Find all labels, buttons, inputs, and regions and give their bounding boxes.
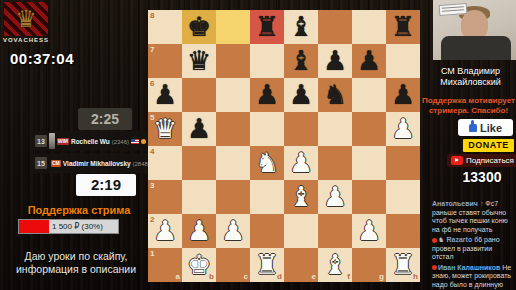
square-h1: h♜ [386, 248, 420, 282]
square-e4: ♟ [284, 146, 318, 180]
rank-label-1: 1 [150, 250, 154, 258]
subscriber-count: 13300 [450, 169, 514, 185]
black-pawn-b5: ♟ [182, 112, 216, 146]
member-badge-icon [432, 265, 437, 270]
square-c3 [216, 180, 250, 214]
black-pawn-h6: ♟ [386, 78, 420, 112]
square-h2 [386, 214, 420, 248]
white-player-name: Vladimir Mikhailovsky (2848) [63, 160, 150, 167]
channel-logo: ♛ [4, 2, 48, 36]
black-king-b8: ♚ [182, 10, 216, 44]
square-g4 [352, 146, 386, 180]
chat-panel: Анатольевич ↑ Фс7 раньше ставят обычно ч… [432, 200, 514, 290]
chat-message: ♞ Razarto б6 рано провел в развитии отст… [432, 236, 514, 262]
square-g8 [352, 10, 386, 44]
donation-progress-fill [19, 220, 49, 233]
square-c4 [216, 146, 250, 180]
black-rook-h8: ♜ [386, 10, 420, 44]
square-a6: 6♟ [148, 78, 182, 112]
emoji-icon [141, 139, 146, 144]
square-b3 [182, 180, 216, 214]
channel-logo-text: VOVACHESS [2, 37, 50, 43]
square-b4 [182, 146, 216, 180]
black-knight-f6: ♞ [318, 78, 352, 112]
black-rook-d8: ♜ [250, 10, 284, 44]
chat-username: Razarto [447, 236, 475, 243]
square-b8: ♚ [182, 10, 216, 44]
white-pawn-e4: ♟ [284, 146, 318, 180]
square-h5: ♟ [386, 112, 420, 146]
thumbs-up-icon [469, 124, 477, 132]
file-label-a: a [176, 273, 180, 281]
square-d8: ♜ [250, 10, 284, 44]
square-a3: 3 [148, 180, 182, 214]
white-pawn-b2: ♟ [182, 214, 216, 248]
white-rook-h1: ♜ [386, 248, 420, 282]
square-b2: ♟ [182, 214, 216, 248]
white-pawn-f3: ♟ [318, 180, 352, 214]
donation-progress-label: 1 500 ₽ (30%) [52, 222, 103, 231]
square-g5 [352, 112, 386, 146]
square-g3 [352, 180, 386, 214]
square-g1: g [352, 248, 386, 282]
chat-message: Анатольевич ↑ Фс7 раньше ставят обычно ч… [432, 200, 514, 234]
match-score-white: 15 [35, 157, 47, 169]
square-g7: ♟ [352, 44, 386, 78]
black-pawn-g7: ♟ [352, 44, 386, 78]
square-c5 [216, 112, 250, 146]
player-row-white: 15 CM Vladimir Mikhailovsky (2848) [33, 153, 148, 173]
black-queen-b7: ♛ [182, 44, 216, 78]
square-b5: ♟ [182, 112, 216, 146]
square-c7 [216, 44, 250, 78]
square-g2: ♟ [352, 214, 386, 248]
like-button[interactable]: Like [458, 119, 513, 136]
youtube-play-icon [451, 156, 463, 165]
title-badge-cm: CM [51, 160, 61, 167]
square-d6: ♟ [250, 78, 284, 112]
square-c8 [216, 10, 250, 44]
streamer-name: СМ Владимир Михайловский [425, 66, 516, 88]
black-player-clock: 2:25 [78, 108, 132, 130]
white-queen-a5: ♛ [148, 112, 182, 146]
square-e7: ♝ [284, 44, 318, 78]
black-pawn-e6: ♟ [284, 78, 318, 112]
square-f8 [318, 10, 352, 44]
black-pawn-a6: ♟ [148, 78, 182, 112]
stream-timer: 00:37:04 [10, 50, 74, 67]
white-bishop-f1: ♝ [318, 248, 352, 282]
square-a5: 5♛ [148, 112, 182, 146]
square-a4: 4 [148, 146, 182, 180]
black-player-name: Rochelle Wu (2346) [71, 138, 146, 145]
square-f2 [318, 214, 352, 248]
square-e1: e [284, 248, 318, 282]
file-label-e: e [312, 273, 316, 281]
square-f4 [318, 146, 352, 180]
white-knight-d4: ♞ [250, 146, 284, 180]
chat-username: Иван Калашников [438, 264, 502, 271]
white-rook-d1: ♜ [250, 248, 284, 282]
square-f7: ♟ [318, 44, 352, 78]
square-f1: f♝ [318, 248, 352, 282]
square-c1: c [216, 248, 250, 282]
match-score-black: 13 [35, 135, 47, 147]
donation-title: Поддержка стрима [20, 204, 138, 216]
title-badge-wim: WIM [57, 138, 69, 145]
square-e5 [284, 112, 318, 146]
chat-message: Иван Калашников Не знаю, может рокироват… [432, 264, 514, 290]
file-label-g: g [379, 273, 384, 281]
white-pawn-a2: ♟ [148, 214, 182, 248]
rank-label-4: 4 [150, 148, 154, 156]
stream-frame: ♛ VOVACHESS 00:37:04 2:25 13 WIM Rochell… [0, 0, 516, 290]
square-c6 [216, 78, 250, 112]
wall-sign [439, 3, 468, 16]
square-d4: ♞ [250, 146, 284, 180]
square-h4 [386, 146, 420, 180]
chat-username: Анатольевич [432, 200, 480, 207]
chess-board: 8♚♜♝♜7♛♝♟♟6♟♟♟♞♟5♛♟♟4♞♟3♝♟2♟♟♟♟1ab♚cd♜ef… [148, 10, 420, 282]
lessons-info-text: Даю уроки по скайпу, информация в описан… [6, 250, 146, 276]
white-pawn-h5: ♟ [386, 112, 420, 146]
square-h7 [386, 44, 420, 78]
support-motivation-text: Поддержка мотивирует стримера. Спасибо! [421, 96, 516, 116]
square-f5 [318, 112, 352, 146]
white-pawn-c2: ♟ [216, 214, 250, 248]
square-e3: ♝ [284, 180, 318, 214]
square-a7: 7 [148, 44, 182, 78]
player-row-black: 13 WIM Rochelle Wu (2346) [33, 131, 148, 151]
file-label-c: c [244, 273, 248, 281]
square-f6: ♞ [318, 78, 352, 112]
square-d7 [250, 44, 284, 78]
member-badge-icon [432, 238, 437, 243]
square-h6: ♟ [386, 78, 420, 112]
square-g6 [352, 78, 386, 112]
square-d2 [250, 214, 284, 248]
donation-progress-bar: 1 500 ₽ (30%) [18, 219, 119, 234]
square-e8: ♝ [284, 10, 318, 44]
rank-label-8: 8 [150, 12, 154, 20]
queen-icon: ♛ [15, 2, 37, 36]
black-bishop-e8: ♝ [284, 10, 318, 44]
square-f3: ♟ [318, 180, 352, 214]
square-h8: ♜ [386, 10, 420, 44]
square-b1: b♚ [182, 248, 216, 282]
square-a1: 1a [148, 248, 182, 282]
rank-label-3: 3 [150, 182, 154, 190]
subscribe-button[interactable]: Подписаться [447, 154, 516, 167]
square-h3 [386, 180, 420, 214]
black-pawn-f7: ♟ [318, 44, 352, 78]
knight-badge-icon: ♞ [438, 236, 447, 244]
white-bishop-e3: ♝ [284, 180, 318, 214]
white-king-b1: ♚ [182, 248, 216, 282]
avatar-black-player [49, 133, 55, 149]
square-c2: ♟ [216, 214, 250, 248]
square-b6 [182, 78, 216, 112]
webcam-view [433, 0, 516, 60]
square-a2: 2♟ [148, 214, 182, 248]
us-flag-icon [131, 139, 139, 144]
streamer-torso [441, 36, 511, 60]
black-bishop-e7: ♝ [284, 44, 318, 78]
black-pawn-d6: ♟ [250, 78, 284, 112]
donate-button[interactable]: DONATE [463, 139, 514, 152]
square-e2 [284, 214, 318, 248]
white-pawn-g2: ♟ [352, 214, 386, 248]
square-d5 [250, 112, 284, 146]
white-player-clock: 2:19 [76, 174, 136, 196]
square-d3 [250, 180, 284, 214]
square-e6: ♟ [284, 78, 318, 112]
square-d1: d♜ [250, 248, 284, 282]
black-player-rating: (2346) [112, 139, 129, 145]
square-b7: ♛ [182, 44, 216, 78]
square-a8: 8 [148, 10, 182, 44]
rank-label-7: 7 [150, 46, 154, 54]
